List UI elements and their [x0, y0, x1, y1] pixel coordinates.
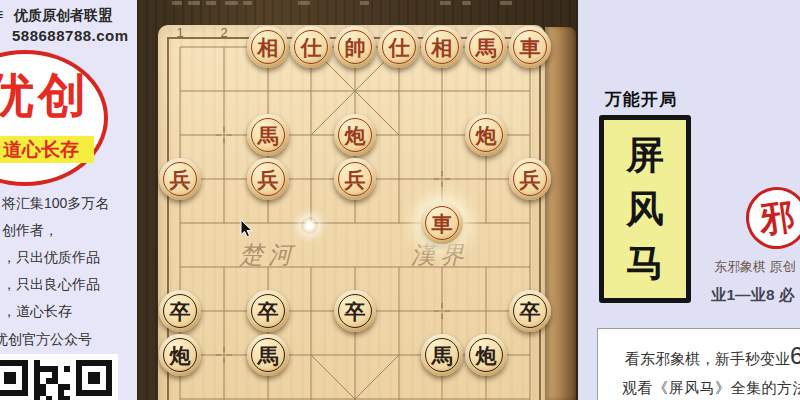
toolbar-remnant [298, 1, 310, 5]
opening-card: 屏 风 马 [599, 115, 691, 303]
toolbar-remnant [360, 1, 369, 5]
sparkle-effect [301, 217, 318, 234]
toolbar-remnant [500, 1, 512, 5]
seal-char: 邪 [756, 192, 797, 243]
badge-slogan: 道心长存 [3, 137, 79, 163]
piece-red-帥[interactable]: 帥 [334, 26, 376, 68]
piece-black-炮[interactable]: 炮 [465, 334, 507, 376]
toolbar-remnant [188, 1, 200, 5]
right-sidebar: 万能开局 屏 风 马 邪 东邪象棋 原创 业1—业8 必 看东邪象棋，新手秒变业… [576, 0, 800, 400]
toolbar-remnant [462, 1, 471, 5]
level-range: 业1—业8 必 [711, 285, 795, 306]
website-url: 588688788.com [12, 27, 129, 44]
sidebar-line: ，只出良心作品 [2, 271, 109, 298]
piece-black-卒[interactable]: 卒 [509, 290, 551, 332]
file-label-2: 2 [217, 25, 231, 40]
piece-black-卒[interactable]: 卒 [247, 290, 289, 332]
piece-red-車[interactable]: 車 [421, 202, 463, 244]
sidebar-line: 将汇集100多万名 [2, 190, 109, 217]
video-frame: 123456789 楚河 漢界 相仕帥仕相馬車馬炮炮兵兵兵兵車卒卒卒卒炮馬馬炮 … [0, 0, 800, 400]
piece-red-兵[interactable]: 兵 [159, 158, 201, 200]
piece-black-馬[interactable]: 馬 [421, 334, 463, 376]
file-label-1: 1 [173, 25, 187, 40]
promo-line-1: 看东邪象棋，新手秒变业6 [625, 342, 800, 370]
alliance-title: 优质原创者联盟 [14, 7, 112, 25]
piece-black-炮[interactable]: 炮 [159, 334, 201, 376]
sidebar-line: ，只出优质作品 [2, 244, 109, 271]
card-char: 屏 [626, 136, 664, 174]
promo-line-2: 观看《屏风马》全集的方法 [622, 379, 800, 398]
piece-red-相[interactable]: 相 [247, 26, 289, 68]
piece-red-馬[interactable]: 馬 [247, 114, 289, 156]
promo-big-number: 6 [790, 342, 800, 369]
piece-red-仕[interactable]: 仕 [290, 26, 332, 68]
piece-black-卒[interactable]: 卒 [159, 290, 201, 332]
qr-code [0, 354, 118, 400]
card-char: 马 [626, 244, 664, 282]
toolbar-remnant [440, 1, 451, 5]
badge-slogan-strip: 道心长存 [0, 136, 94, 163]
card-char: 风 [626, 190, 664, 228]
piece-red-兵[interactable]: 兵 [334, 158, 376, 200]
piece-black-馬[interactable]: 馬 [247, 334, 289, 376]
board-side-bevel [545, 27, 576, 400]
sidebar-line: ，道心长存 [2, 298, 109, 325]
river-label-left: 楚河 [226, 239, 310, 271]
sidebar-text-block: 将汇集100多万名 创作者， ，只出优质作品 ，只出良心作品 ，道心长存 [2, 190, 109, 325]
mouse-cursor [240, 219, 255, 240]
channel-credit: 东邪象棋 原创 [714, 258, 796, 276]
toolbar-remnant [172, 1, 182, 5]
qr-caption: 优创官方公众号 [0, 331, 92, 349]
toolbar-remnant [225, 1, 238, 5]
piece-red-兵[interactable]: 兵 [509, 158, 551, 200]
piece-red-車[interactable]: 車 [509, 26, 551, 68]
xiangqi-board[interactable]: 123456789 楚河 漢界 相仕帥仕相馬車馬炮炮兵兵兵兵車卒卒卒卒炮馬馬炮 [158, 25, 545, 400]
toolbar-remnant [243, 1, 252, 5]
piece-red-相[interactable]: 相 [421, 26, 463, 68]
promo-box: 看东邪象棋，新手秒变业6 观看《屏风马》全集的方法 [597, 328, 800, 400]
piece-red-炮[interactable]: 炮 [465, 114, 507, 156]
piece-red-兵[interactable]: 兵 [247, 158, 289, 200]
sidebar-line: 创作者， [2, 217, 109, 244]
piece-black-卒[interactable]: 卒 [334, 290, 376, 332]
menu-icon: ≡ [0, 6, 3, 24]
opening-heading: 万能开局 [605, 88, 677, 111]
left-sidebar: ≡ 优质原创者联盟 588688788.com 优创 道心长存 将汇集100多万… [0, 0, 137, 400]
badge-text: 优创 [0, 72, 90, 120]
seal-stamp: 邪 [742, 183, 800, 253]
piece-red-馬[interactable]: 馬 [465, 26, 507, 68]
piece-red-炮[interactable]: 炮 [334, 114, 376, 156]
piece-red-仕[interactable]: 仕 [378, 26, 420, 68]
toolbar-remnant [206, 1, 216, 5]
